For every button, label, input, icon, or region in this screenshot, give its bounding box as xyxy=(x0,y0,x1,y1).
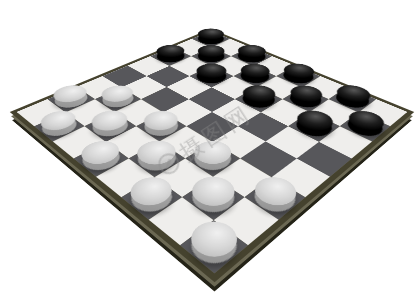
black-piece[interactable] xyxy=(193,26,229,41)
checkers-board xyxy=(10,29,414,282)
white-piece[interactable] xyxy=(48,82,92,105)
scene: 摄图网 xyxy=(0,0,419,300)
square-r7c1[interactable] xyxy=(48,87,95,112)
black-piece[interactable] xyxy=(291,107,339,134)
square-r2c4[interactable] xyxy=(233,66,276,87)
black-piece[interactable] xyxy=(237,82,281,105)
board-grid xyxy=(17,31,407,273)
board-perspective-wrapper xyxy=(0,0,419,300)
white-piece[interactable] xyxy=(85,107,133,134)
square-r1c5[interactable] xyxy=(277,66,320,87)
